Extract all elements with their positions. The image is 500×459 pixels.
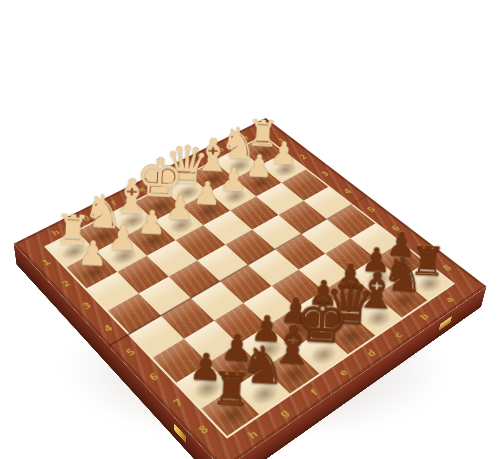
- pawn-glyph: ♟: [62, 235, 124, 272]
- board-surface: hgfedcba 12345678 12345678 hgfedcba ♜♞♝♚…: [14, 118, 487, 459]
- board-grid: ♜♞♝♚♛♝♞♜♟♟♟♟♟♟♟♟♟♟♟♟♟♟♟♟♜♞♝♚♛♝♞♜: [47, 136, 452, 435]
- rook-glyph: ♜: [196, 364, 267, 413]
- chess-board: hgfedcba 12345678 12345678 hgfedcba ♜♞♝♚…: [14, 118, 487, 459]
- product-photo-stage: hgfedcba 12345678 12345678 hgfedcba ♜♞♝♚…: [0, 0, 500, 459]
- square-g4[interactable]: [139, 277, 191, 316]
- square-d4[interactable]: [225, 230, 275, 265]
- scene: hgfedcba 12345678 12345678 hgfedcba ♜♞♝♚…: [0, 0, 500, 459]
- square-a5[interactable]: [327, 205, 375, 238]
- brass-clasp-icon: [439, 316, 452, 331]
